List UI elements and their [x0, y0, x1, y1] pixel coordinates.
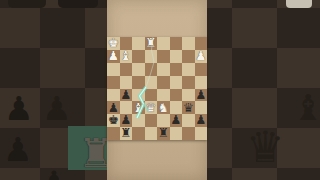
background-black-pawn: ♟ — [3, 133, 33, 166]
piece-white-pawn[interactable]: ♟ — [108, 50, 119, 63]
square-b4[interactable] — [182, 76, 195, 89]
background-piece-base — [8, 0, 46, 8]
piece-black-king[interactable]: ♚ — [108, 114, 119, 127]
square-a2[interactable]: ♟ — [195, 50, 208, 63]
square-b3[interactable] — [182, 63, 195, 76]
square-c8[interactable] — [170, 127, 183, 140]
background-black-pawn: ♟ — [42, 92, 72, 125]
square-e7[interactable] — [145, 114, 158, 127]
square-d2[interactable] — [157, 50, 170, 63]
square-a5[interactable]: ♟ — [195, 89, 208, 102]
background-black-pawn: ♟ — [40, 167, 68, 180]
square-g5[interactable]: ♟ — [120, 89, 133, 102]
square-b8[interactable] — [182, 127, 195, 140]
square-f4[interactable] — [132, 76, 145, 89]
square-c7[interactable]: ♟ — [170, 114, 183, 127]
square-e4[interactable] — [145, 76, 158, 89]
square-e3[interactable] — [145, 63, 158, 76]
square-g2[interactable]: ♝ — [120, 50, 133, 63]
square-c1[interactable] — [170, 37, 183, 50]
background-black-queen: ♛ — [246, 126, 285, 169]
square-b1[interactable] — [182, 37, 195, 50]
square-e8[interactable] — [145, 127, 158, 140]
video-strip: ♚♜♟♝♟♟♟♟♝♛♞♛♚♟♟♟♜♜ — [107, 0, 207, 180]
square-c2[interactable] — [170, 50, 183, 63]
square-d3[interactable] — [157, 63, 170, 76]
square-h2[interactable]: ♟ — [107, 50, 120, 63]
square-b7[interactable] — [182, 114, 195, 127]
square-d6[interactable]: ♞ — [157, 101, 170, 114]
background-piece-base — [286, 0, 312, 8]
square-g8[interactable]: ♜ — [120, 127, 133, 140]
square-c4[interactable] — [170, 76, 183, 89]
piece-black-pawn[interactable]: ♟ — [195, 114, 206, 127]
square-c5[interactable] — [170, 89, 183, 102]
background-right-panel: ♝ ♛ — [207, 0, 320, 180]
background-piece-base — [58, 0, 98, 8]
square-f6[interactable]: ♝ — [132, 101, 145, 114]
square-c3[interactable] — [170, 63, 183, 76]
piece-white-knight[interactable]: ♞ — [158, 101, 169, 114]
video-frame: ♟ ♟ ♟ ♟ ♜ ♝ ♛ ♚♜♟♝♟♟♟♟♝♛♞♛♚♟♟♟♜♜ — [0, 0, 320, 180]
piece-black-queen[interactable]: ♛ — [183, 101, 194, 114]
square-e2[interactable] — [145, 50, 158, 63]
square-e1[interactable]: ♜ — [145, 37, 158, 50]
piece-white-queen[interactable]: ♛ — [145, 101, 156, 114]
square-f1[interactable] — [132, 37, 145, 50]
background-left-panel: ♟ ♟ ♟ ♟ ♜ — [0, 0, 107, 180]
square-f7[interactable] — [132, 114, 145, 127]
square-f3[interactable] — [132, 63, 145, 76]
square-a7[interactable]: ♟ — [195, 114, 208, 127]
piece-white-bishop[interactable]: ♝ — [120, 50, 131, 63]
piece-white-bishop[interactable]: ♝ — [133, 101, 144, 114]
piece-black-rook[interactable]: ♜ — [120, 127, 131, 140]
piece-white-rook[interactable]: ♜ — [145, 37, 156, 50]
square-d8[interactable]: ♜ — [157, 127, 170, 140]
square-f2[interactable] — [132, 50, 145, 63]
square-b2[interactable] — [182, 50, 195, 63]
piece-black-pawn[interactable]: ♟ — [170, 114, 181, 127]
piece-black-rook[interactable]: ♜ — [158, 127, 169, 140]
chess-board[interactable]: ♚♜♟♝♟♟♟♟♝♛♞♛♚♟♟♟♜♜ — [107, 37, 207, 140]
square-h3[interactable] — [107, 63, 120, 76]
square-g3[interactable] — [120, 63, 133, 76]
square-b6[interactable]: ♛ — [182, 101, 195, 114]
piece-black-pawn[interactable]: ♟ — [120, 88, 131, 101]
background-black-pawn: ♟ — [4, 92, 34, 125]
square-e6[interactable]: ♛ — [145, 101, 158, 114]
square-h4[interactable] — [107, 76, 120, 89]
square-h7[interactable]: ♚ — [107, 114, 120, 127]
background-highlight-square — [68, 126, 107, 170]
square-a3[interactable] — [195, 63, 208, 76]
square-h8[interactable] — [107, 127, 120, 140]
piece-black-pawn[interactable]: ♟ — [195, 88, 206, 101]
piece-white-pawn[interactable]: ♟ — [195, 50, 206, 63]
square-d4[interactable] — [157, 76, 170, 89]
square-a8[interactable] — [195, 127, 208, 140]
square-f8[interactable] — [132, 127, 145, 140]
background-black-bishop: ♝ — [292, 90, 320, 126]
square-d1[interactable] — [157, 37, 170, 50]
